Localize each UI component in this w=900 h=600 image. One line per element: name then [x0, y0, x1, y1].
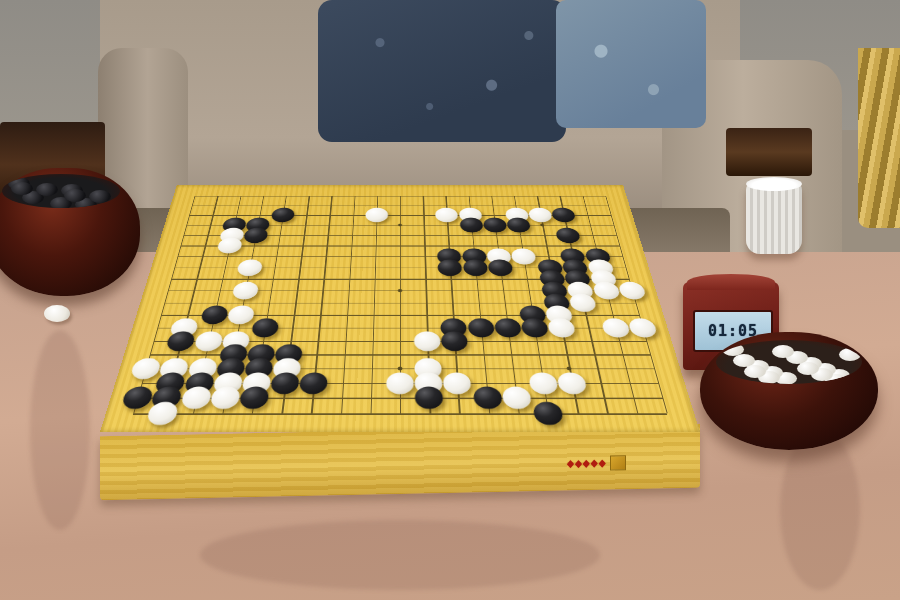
cloth-fold — [200, 520, 600, 590]
white-stone — [528, 372, 559, 394]
black-stone — [165, 331, 196, 351]
white-stone — [556, 372, 588, 394]
white-stone — [569, 294, 598, 312]
star-point — [398, 367, 403, 371]
black-stone-in-bowl — [11, 182, 33, 195]
black-stone — [270, 208, 295, 222]
white-stone — [528, 208, 553, 222]
white-stone — [592, 282, 621, 300]
white-stone — [146, 402, 180, 425]
go-grid — [116, 191, 684, 421]
goban-top-surface — [100, 185, 700, 432]
star-point — [398, 289, 402, 292]
black-stone — [483, 218, 508, 233]
white-stone — [511, 248, 537, 264]
white-stone — [600, 318, 631, 337]
white-stone — [193, 331, 224, 351]
black-stone — [551, 208, 577, 222]
black-stone-in-bowl — [64, 189, 86, 202]
white-stone — [501, 387, 532, 409]
white-stone — [414, 331, 441, 351]
black-stone — [555, 228, 581, 243]
black-stone — [199, 306, 229, 325]
white-stone-in-bowl — [797, 362, 819, 375]
white-stone — [236, 259, 263, 276]
white-stone-in-bowl — [744, 365, 766, 378]
grid-line-horizontal — [133, 413, 667, 414]
cloth-fold — [780, 430, 860, 590]
black-stone — [251, 318, 280, 337]
gold-curtain — [858, 48, 900, 228]
white-stone — [216, 238, 243, 254]
star-point — [567, 367, 572, 371]
maker-stamp-characters: ◆◆◆◆◆ — [567, 457, 607, 469]
wood-tray — [726, 128, 812, 176]
game-clock-top — [687, 274, 775, 290]
tea-cup — [746, 182, 802, 254]
black-stone-in-bowl — [36, 183, 58, 196]
photo-scene: ◆◆◆◆◆ 01:05 — [0, 0, 900, 600]
white-stones-in-bowl — [716, 340, 862, 384]
black-stone — [441, 331, 468, 351]
black-stone — [506, 218, 531, 233]
white-stone — [547, 318, 576, 337]
white-stone — [617, 282, 647, 300]
cloth-fold — [30, 330, 90, 530]
star-point — [398, 224, 402, 227]
loose-white-stone — [44, 305, 70, 322]
black-stone — [487, 259, 513, 276]
cushion-light — [556, 0, 706, 128]
black-stone — [462, 259, 488, 276]
white-stone — [365, 208, 388, 222]
white-stone — [627, 318, 658, 337]
goban-front-face: ◆◆◆◆◆ — [100, 424, 700, 501]
white-stone — [179, 387, 212, 409]
grid-line-vertical — [605, 196, 668, 414]
white-stone — [129, 358, 162, 379]
black-stone — [120, 387, 154, 409]
black-stone — [299, 372, 329, 394]
white-stone — [226, 306, 255, 325]
white-stone — [231, 282, 259, 300]
grid-line-vertical — [341, 196, 356, 414]
black-stone — [243, 228, 269, 243]
white-stone-in-bowl — [772, 345, 794, 358]
black-stone — [238, 387, 269, 409]
black-stone — [473, 387, 503, 409]
white-stone-bowl — [700, 332, 878, 450]
white-stone — [386, 372, 414, 394]
cushion-dark-floral — [318, 0, 566, 142]
maker-stamp-seal — [610, 455, 626, 470]
black-stone — [438, 259, 463, 276]
black-stone — [415, 387, 444, 409]
star-point — [540, 224, 544, 227]
grid-line-vertical — [370, 196, 378, 414]
black-stone — [270, 372, 300, 394]
white-stone — [209, 387, 241, 409]
black-stone — [494, 318, 522, 337]
white-stone — [435, 208, 458, 222]
maker-stamp: ◆◆◆◆◆ — [567, 453, 645, 473]
goban — [100, 196, 700, 432]
white-stone — [443, 372, 472, 394]
black-stone — [459, 218, 483, 233]
black-stone — [520, 318, 549, 337]
tea-cup-rim — [746, 177, 802, 191]
black-stone — [467, 318, 495, 337]
black-stone — [532, 402, 564, 425]
